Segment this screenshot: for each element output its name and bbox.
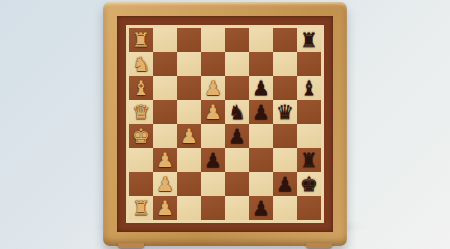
white-knight[interactable]: ♞ (129, 52, 153, 76)
square-h3[interactable] (177, 196, 201, 220)
square-c7[interactable] (273, 76, 297, 100)
square-h5[interactable] (225, 196, 249, 220)
square-c6[interactable]: ♟ (249, 76, 273, 100)
square-e5[interactable]: ♟ (225, 124, 249, 148)
square-b3[interactable] (177, 52, 201, 76)
square-c1[interactable]: ♝ (129, 76, 153, 100)
square-e4[interactable] (201, 124, 225, 148)
white-pawn[interactable]: ♟ (177, 124, 201, 148)
black-pawn[interactable]: ♟ (201, 148, 225, 172)
square-c2[interactable] (153, 76, 177, 100)
square-c3[interactable] (177, 76, 201, 100)
white-pawn[interactable]: ♟ (153, 148, 177, 172)
walnut-inner-border: ♜♜♞♝♟♟♝♛♟♞♟♛♚♟♟♟♟♜♟♟♚♜♟♟ (117, 16, 333, 232)
square-e2[interactable] (153, 124, 177, 148)
square-b1[interactable]: ♞ (129, 52, 153, 76)
board-foot-left (118, 243, 144, 248)
square-b6[interactable] (249, 52, 273, 76)
square-g4[interactable] (201, 172, 225, 196)
square-e1[interactable]: ♚ (129, 124, 153, 148)
black-rook[interactable]: ♜ (297, 148, 321, 172)
black-pawn[interactable]: ♟ (225, 124, 249, 148)
square-d4[interactable]: ♟ (201, 100, 225, 124)
white-queen[interactable]: ♛ (129, 100, 153, 124)
square-g8[interactable]: ♚ (297, 172, 321, 196)
square-d2[interactable] (153, 100, 177, 124)
square-a1[interactable]: ♜ (129, 28, 153, 52)
white-rook[interactable]: ♜ (129, 196, 153, 220)
black-king[interactable]: ♚ (297, 172, 321, 196)
square-e3[interactable]: ♟ (177, 124, 201, 148)
square-g7[interactable]: ♟ (273, 172, 297, 196)
square-d3[interactable] (177, 100, 201, 124)
square-c4[interactable]: ♟ (201, 76, 225, 100)
square-b5[interactable] (225, 52, 249, 76)
board-foot-right (306, 243, 332, 248)
black-bishop[interactable]: ♝ (297, 76, 321, 100)
white-pawn[interactable]: ♟ (201, 100, 225, 124)
square-a3[interactable] (177, 28, 201, 52)
square-f2[interactable]: ♟ (153, 148, 177, 172)
square-f5[interactable] (225, 148, 249, 172)
black-pawn[interactable]: ♟ (249, 76, 273, 100)
white-pawn[interactable]: ♟ (201, 76, 225, 100)
square-d6[interactable]: ♟ (249, 100, 273, 124)
square-g5[interactable] (225, 172, 249, 196)
white-rook[interactable]: ♜ (129, 28, 153, 52)
square-d5[interactable]: ♞ (225, 100, 249, 124)
square-b7[interactable] (273, 52, 297, 76)
black-pawn[interactable]: ♟ (249, 196, 273, 220)
chess-board-frame: ♜♜♞♝♟♟♝♛♟♞♟♛♚♟♟♟♟♜♟♟♚♜♟♟ (103, 2, 347, 246)
square-h1[interactable]: ♜ (129, 196, 153, 220)
square-h7[interactable] (273, 196, 297, 220)
square-d1[interactable]: ♛ (129, 100, 153, 124)
chess-board[interactable]: ♜♜♞♝♟♟♝♛♟♞♟♛♚♟♟♟♟♜♟♟♚♜♟♟ (129, 28, 321, 220)
square-g2[interactable]: ♟ (153, 172, 177, 196)
square-h4[interactable] (201, 196, 225, 220)
maple-inlay-strip: ♜♜♞♝♟♟♝♛♟♞♟♛♚♟♟♟♟♜♟♟♚♜♟♟ (126, 25, 324, 223)
square-h2[interactable]: ♟ (153, 196, 177, 220)
white-pawn[interactable]: ♟ (153, 196, 177, 220)
square-b2[interactable] (153, 52, 177, 76)
square-e7[interactable] (273, 124, 297, 148)
square-g1[interactable] (129, 172, 153, 196)
square-g6[interactable] (249, 172, 273, 196)
square-a5[interactable] (225, 28, 249, 52)
black-knight[interactable]: ♞ (225, 100, 249, 124)
black-rook[interactable]: ♜ (297, 28, 321, 52)
square-f1[interactable] (129, 148, 153, 172)
black-pawn[interactable]: ♟ (249, 100, 273, 124)
square-a4[interactable] (201, 28, 225, 52)
square-a2[interactable] (153, 28, 177, 52)
square-d8[interactable] (297, 100, 321, 124)
square-c8[interactable]: ♝ (297, 76, 321, 100)
square-c5[interactable] (225, 76, 249, 100)
square-a8[interactable]: ♜ (297, 28, 321, 52)
black-queen[interactable]: ♛ (273, 100, 297, 124)
square-h6[interactable]: ♟ (249, 196, 273, 220)
white-king[interactable]: ♚ (129, 124, 153, 148)
square-f3[interactable] (177, 148, 201, 172)
square-f7[interactable] (273, 148, 297, 172)
square-b8[interactable] (297, 52, 321, 76)
square-h8[interactable] (297, 196, 321, 220)
square-g3[interactable] (177, 172, 201, 196)
square-a6[interactable] (249, 28, 273, 52)
square-a7[interactable] (273, 28, 297, 52)
square-f8[interactable]: ♜ (297, 148, 321, 172)
square-f6[interactable] (249, 148, 273, 172)
square-e8[interactable] (297, 124, 321, 148)
square-b4[interactable] (201, 52, 225, 76)
board-feet (118, 243, 332, 248)
square-d7[interactable]: ♛ (273, 100, 297, 124)
square-f4[interactable]: ♟ (201, 148, 225, 172)
square-e6[interactable] (249, 124, 273, 148)
white-bishop[interactable]: ♝ (129, 76, 153, 100)
black-pawn[interactable]: ♟ (273, 172, 297, 196)
white-pawn[interactable]: ♟ (153, 172, 177, 196)
photo-scene: ♜♜♞♝♟♟♝♛♟♞♟♛♚♟♟♟♟♜♟♟♚♜♟♟ (0, 0, 450, 249)
